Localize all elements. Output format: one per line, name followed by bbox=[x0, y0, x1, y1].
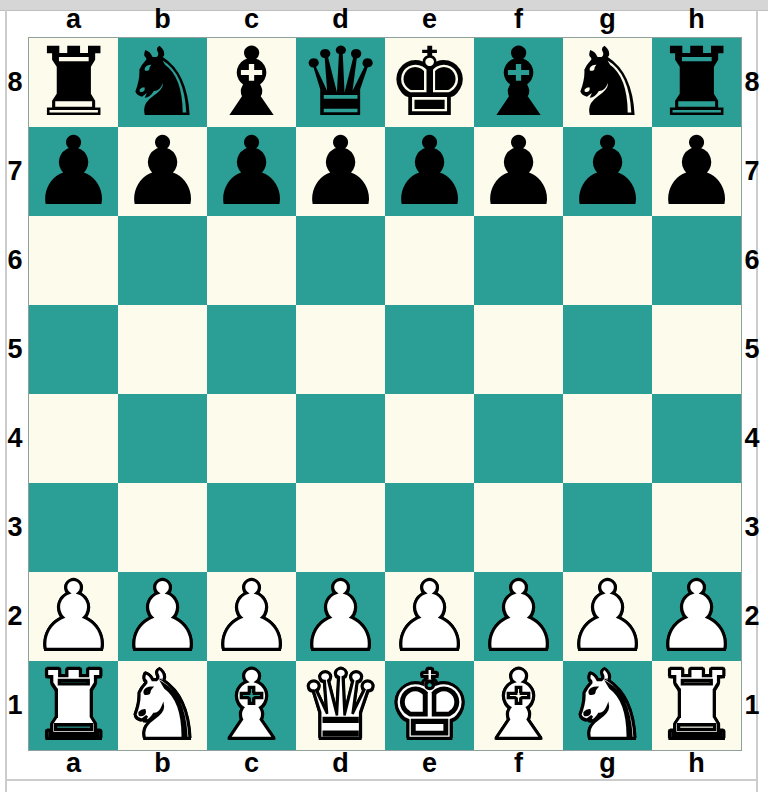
square-f1[interactable]: ♝ bbox=[474, 661, 563, 750]
window-frame-line-bottom bbox=[5, 779, 758, 781]
square-e7[interactable]: ♟ bbox=[385, 127, 474, 216]
square-c4[interactable] bbox=[207, 394, 296, 483]
square-a5[interactable] bbox=[29, 305, 118, 394]
rank-label-6: 6 bbox=[741, 216, 763, 305]
piece-white-pawn[interactable]: ♟ bbox=[31, 572, 116, 661]
square-c8[interactable]: ♝ bbox=[207, 38, 296, 127]
square-c2[interactable]: ♟ bbox=[207, 572, 296, 661]
rank-label-6: 6 bbox=[4, 216, 26, 305]
rank-label-8: 8 bbox=[4, 38, 26, 127]
square-h3[interactable] bbox=[652, 483, 741, 572]
file-label-b: b bbox=[118, 749, 207, 779]
piece-white-pawn[interactable]: ♟ bbox=[476, 572, 561, 661]
rank-labels-right: 87654321 bbox=[741, 38, 763, 750]
piece-black-pawn[interactable]: ♟ bbox=[298, 127, 383, 216]
square-a2[interactable]: ♟ bbox=[29, 572, 118, 661]
square-d6[interactable] bbox=[296, 216, 385, 305]
piece-black-queen[interactable]: ♛ bbox=[298, 38, 383, 127]
rank-label-1: 1 bbox=[4, 661, 26, 750]
square-f5[interactable] bbox=[474, 305, 563, 394]
piece-black-rook[interactable]: ♜ bbox=[654, 38, 739, 127]
square-b8[interactable]: ♞ bbox=[118, 38, 207, 127]
rank-label-7: 7 bbox=[741, 127, 763, 216]
square-c6[interactable] bbox=[207, 216, 296, 305]
square-f2[interactable]: ♟ bbox=[474, 572, 563, 661]
piece-white-pawn[interactable]: ♟ bbox=[209, 572, 294, 661]
piece-black-knight[interactable]: ♞ bbox=[565, 38, 650, 127]
piece-white-pawn[interactable]: ♟ bbox=[120, 572, 205, 661]
square-h7[interactable]: ♟ bbox=[652, 127, 741, 216]
rank-label-7: 7 bbox=[4, 127, 26, 216]
square-h1[interactable]: ♜ bbox=[652, 661, 741, 750]
square-d4[interactable] bbox=[296, 394, 385, 483]
piece-black-pawn[interactable]: ♟ bbox=[387, 127, 472, 216]
piece-black-pawn[interactable]: ♟ bbox=[476, 127, 561, 216]
square-e3[interactable] bbox=[385, 483, 474, 572]
piece-black-pawn[interactable]: ♟ bbox=[120, 127, 205, 216]
square-e1[interactable]: ♚ bbox=[385, 661, 474, 750]
square-g2[interactable]: ♟ bbox=[563, 572, 652, 661]
piece-white-pawn[interactable]: ♟ bbox=[298, 572, 383, 661]
piece-black-bishop[interactable]: ♝ bbox=[476, 38, 561, 127]
square-g1[interactable]: ♞ bbox=[563, 661, 652, 750]
file-label-c: c bbox=[207, 749, 296, 779]
rank-label-2: 2 bbox=[4, 572, 26, 661]
square-f6[interactable] bbox=[474, 216, 563, 305]
piece-white-rook[interactable]: ♜ bbox=[31, 661, 116, 750]
file-label-a: a bbox=[29, 749, 118, 779]
square-a4[interactable] bbox=[29, 394, 118, 483]
file-label-e: e bbox=[385, 749, 474, 779]
chess-board: ♜♞♝♛♚♝♞♜♟♟♟♟♟♟♟♟♟♟♟♟♟♟♟♟♜♞♝♛♚♝♞♜ bbox=[28, 37, 742, 751]
file-label-d: d bbox=[296, 749, 385, 779]
rank-labels-left: 87654321 bbox=[4, 38, 26, 750]
square-g4[interactable] bbox=[563, 394, 652, 483]
square-c3[interactable] bbox=[207, 483, 296, 572]
square-a7[interactable]: ♟ bbox=[29, 127, 118, 216]
piece-black-knight[interactable]: ♞ bbox=[120, 38, 205, 127]
square-g7[interactable]: ♟ bbox=[563, 127, 652, 216]
piece-black-pawn[interactable]: ♟ bbox=[31, 127, 116, 216]
rank-label-3: 3 bbox=[741, 483, 763, 572]
rank-label-4: 4 bbox=[4, 394, 26, 483]
rank-label-3: 3 bbox=[4, 483, 26, 572]
square-e2[interactable]: ♟ bbox=[385, 572, 474, 661]
square-e5[interactable] bbox=[385, 305, 474, 394]
square-h8[interactable]: ♜ bbox=[652, 38, 741, 127]
square-h5[interactable] bbox=[652, 305, 741, 394]
piece-white-pawn[interactable]: ♟ bbox=[654, 572, 739, 661]
square-g5[interactable] bbox=[563, 305, 652, 394]
rank-label-5: 5 bbox=[741, 305, 763, 394]
piece-black-rook[interactable]: ♜ bbox=[31, 38, 116, 127]
square-e8[interactable]: ♚ bbox=[385, 38, 474, 127]
square-f4[interactable] bbox=[474, 394, 563, 483]
piece-white-pawn[interactable]: ♟ bbox=[387, 572, 472, 661]
square-g6[interactable] bbox=[563, 216, 652, 305]
piece-black-pawn[interactable]: ♟ bbox=[565, 127, 650, 216]
rank-label-5: 5 bbox=[4, 305, 26, 394]
rank-label-4: 4 bbox=[741, 394, 763, 483]
piece-white-king[interactable]: ♚ bbox=[387, 661, 472, 750]
piece-white-knight[interactable]: ♞ bbox=[565, 661, 650, 750]
square-h2[interactable]: ♟ bbox=[652, 572, 741, 661]
square-d5[interactable] bbox=[296, 305, 385, 394]
piece-white-rook[interactable]: ♜ bbox=[654, 661, 739, 750]
square-d8[interactable]: ♛ bbox=[296, 38, 385, 127]
rank-label-8: 8 bbox=[741, 38, 763, 127]
square-b4[interactable] bbox=[118, 394, 207, 483]
square-d3[interactable] bbox=[296, 483, 385, 572]
square-f7[interactable]: ♟ bbox=[474, 127, 563, 216]
square-e4[interactable] bbox=[385, 394, 474, 483]
piece-white-knight[interactable]: ♞ bbox=[120, 661, 205, 750]
square-f8[interactable]: ♝ bbox=[474, 38, 563, 127]
square-h4[interactable] bbox=[652, 394, 741, 483]
square-h6[interactable] bbox=[652, 216, 741, 305]
square-d2[interactable]: ♟ bbox=[296, 572, 385, 661]
file-labels-bottom: abcdefgh bbox=[29, 749, 741, 779]
square-a8[interactable]: ♜ bbox=[29, 38, 118, 127]
square-c7[interactable]: ♟ bbox=[207, 127, 296, 216]
square-e6[interactable] bbox=[385, 216, 474, 305]
square-a3[interactable] bbox=[29, 483, 118, 572]
file-label-f: f bbox=[474, 749, 563, 779]
rank-label-2: 2 bbox=[741, 572, 763, 661]
piece-white-bishop[interactable]: ♝ bbox=[209, 661, 294, 750]
piece-black-bishop[interactable]: ♝ bbox=[209, 38, 294, 127]
square-d1[interactable]: ♛ bbox=[296, 661, 385, 750]
square-a6[interactable] bbox=[29, 216, 118, 305]
square-b2[interactable]: ♟ bbox=[118, 572, 207, 661]
file-label-h: h bbox=[652, 749, 741, 779]
rank-label-1: 1 bbox=[741, 661, 763, 750]
square-b1[interactable]: ♞ bbox=[118, 661, 207, 750]
square-b5[interactable] bbox=[118, 305, 207, 394]
square-c1[interactable]: ♝ bbox=[207, 661, 296, 750]
square-b6[interactable] bbox=[118, 216, 207, 305]
square-a1[interactable]: ♜ bbox=[29, 661, 118, 750]
square-g8[interactable]: ♞ bbox=[563, 38, 652, 127]
square-d7[interactable]: ♟ bbox=[296, 127, 385, 216]
piece-black-pawn[interactable]: ♟ bbox=[654, 127, 739, 216]
square-f3[interactable] bbox=[474, 483, 563, 572]
square-g3[interactable] bbox=[563, 483, 652, 572]
piece-white-bishop[interactable]: ♝ bbox=[476, 661, 561, 750]
piece-black-king[interactable]: ♚ bbox=[387, 38, 472, 127]
square-b7[interactable]: ♟ bbox=[118, 127, 207, 216]
piece-black-pawn[interactable]: ♟ bbox=[209, 127, 294, 216]
square-c5[interactable] bbox=[207, 305, 296, 394]
piece-white-queen[interactable]: ♛ bbox=[298, 661, 383, 750]
square-b3[interactable] bbox=[118, 483, 207, 572]
file-label-g: g bbox=[563, 749, 652, 779]
piece-white-pawn[interactable]: ♟ bbox=[565, 572, 650, 661]
